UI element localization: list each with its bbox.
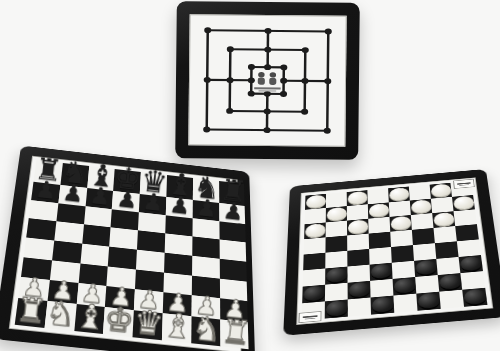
- checkers-square-r4c3[interactable]: [347, 234, 369, 251]
- chess-square-c1[interactable]: ♝: [74, 304, 105, 334]
- checkers-square-r6c3[interactable]: [347, 265, 370, 283]
- chess-square-h1[interactable]: ♜: [220, 319, 249, 349]
- morris-board: [175, 1, 360, 160]
- black-checker[interactable]: [348, 281, 370, 299]
- white-checker[interactable]: [390, 215, 411, 231]
- checkers-square-r6c1[interactable]: [303, 268, 326, 286]
- black-checker[interactable]: [370, 263, 392, 280]
- morris-surface: [188, 14, 346, 147]
- checkers-square-r7c8[interactable]: [460, 271, 485, 290]
- chess-square-f5[interactable]: [165, 234, 193, 256]
- checkers-square-r1c7[interactable]: [430, 183, 452, 199]
- white-checker[interactable]: [347, 191, 367, 206]
- white-checker[interactable]: [347, 219, 368, 235]
- white-bishop[interactable]: ♝: [74, 299, 107, 335]
- black-checker[interactable]: [438, 274, 461, 292]
- checkers-square-r3c5[interactable]: [390, 215, 412, 232]
- black-pawn[interactable]: ♟: [222, 199, 245, 224]
- checkers-square-r8c3[interactable]: [348, 298, 371, 317]
- chess-square-g5[interactable]: [192, 237, 219, 259]
- checkers-square-r8c7[interactable]: [439, 290, 464, 309]
- checkers-square-r3c1[interactable]: [304, 222, 326, 239]
- black-checker[interactable]: [371, 296, 394, 314]
- checkers-square-r7c1[interactable]: [302, 285, 325, 304]
- chess-square-d5[interactable]: [110, 228, 139, 250]
- black-pawn[interactable]: ♟: [34, 178, 58, 204]
- brand-logo: [254, 72, 281, 92]
- checkers-grid: [302, 181, 488, 321]
- chess-square-g4[interactable]: [192, 256, 220, 279]
- white-checker[interactable]: [410, 199, 431, 215]
- checkers-square-r8c4[interactable]: [371, 296, 395, 315]
- morris-grid: [193, 19, 341, 142]
- checkers-square-r7c6[interactable]: [415, 275, 439, 294]
- black-pawn[interactable]: ♟: [88, 184, 111, 210]
- white-checker[interactable]: [368, 203, 389, 219]
- chess-square-a6[interactable]: [29, 200, 59, 222]
- sticker-text-illegible: [459, 184, 469, 185]
- checkers-board: [283, 169, 500, 336]
- black-checker[interactable]: [463, 288, 487, 306]
- black-checker[interactable]: [393, 277, 416, 295]
- checkers-square-r7c7[interactable]: [438, 273, 462, 292]
- black-pawn[interactable]: ♟: [195, 196, 218, 221]
- checkers-square-r7c2[interactable]: [325, 283, 348, 302]
- chess-square-d1[interactable]: ♚: [103, 307, 134, 337]
- checkers-square-r1c2[interactable]: [326, 192, 347, 208]
- checkers-square-r3c3[interactable]: [347, 219, 369, 236]
- chess-square-c7[interactable]: ♟: [85, 188, 113, 209]
- black-checker[interactable]: [326, 267, 347, 284]
- chess-square-g1[interactable]: ♞: [191, 316, 220, 346]
- white-checker[interactable]: [305, 194, 325, 209]
- black-pawn[interactable]: ♟: [115, 187, 138, 213]
- black-pawn[interactable]: ♟: [61, 181, 84, 207]
- checkers-square-r7c5[interactable]: [393, 277, 417, 296]
- checkers-square-r6c8[interactable]: [459, 255, 483, 273]
- white-checker[interactable]: [452, 195, 474, 211]
- white-checker[interactable]: [305, 223, 326, 239]
- checkers-square-r4c1[interactable]: [304, 237, 326, 254]
- chess-square-f4[interactable]: [164, 253, 192, 276]
- black-pawn[interactable]: ♟: [142, 190, 165, 215]
- white-knight[interactable]: ♞: [191, 312, 223, 348]
- chess-square-c5[interactable]: [82, 225, 111, 247]
- checkers-square-r6c7[interactable]: [436, 257, 460, 275]
- chess-square-g6[interactable]: [192, 218, 219, 240]
- chess-square-f1[interactable]: ♝: [162, 313, 191, 343]
- checkers-square-r5c7[interactable]: [435, 241, 459, 259]
- white-king[interactable]: ♚: [103, 302, 136, 338]
- checkers-square-r3c4[interactable]: [368, 217, 390, 234]
- checkers-square-r6c6[interactable]: [414, 259, 438, 277]
- black-checker[interactable]: [415, 259, 438, 276]
- white-checker[interactable]: [433, 212, 455, 228]
- morris-lines: [207, 30, 329, 130]
- checkers-square-r4c6[interactable]: [412, 228, 435, 245]
- chess-grid: ♜♞♝♚♛♝♞♜♟♟♟♟♟♟♟♟♟♟♟♟♟♟♟♟♜♞♝♚♛♝♞♜: [15, 160, 236, 348]
- checkers-square-r8c5[interactable]: [393, 294, 417, 313]
- chess-surface: ♜♞♝♚♛♝♞♜♟♟♟♟♟♟♟♟♟♟♟♟♟♟♟♟♜♞♝♚♛♝♞♜: [9, 156, 242, 351]
- black-pawn[interactable]: ♟: [169, 193, 192, 218]
- white-knight[interactable]: ♞: [44, 296, 77, 332]
- chess-square-a1[interactable]: ♜: [15, 298, 48, 328]
- white-queen[interactable]: ♛: [132, 305, 165, 341]
- chess-board: ♜♞♝♚♛♝♞♜♟♟♟♟♟♟♟♟♟♟♟♟♟♟♟♟♜♞♝♚♛♝♞♜: [0, 145, 255, 351]
- chess-square-b1[interactable]: ♞: [44, 301, 76, 331]
- checkers-square-r6c2[interactable]: [325, 267, 347, 285]
- checkers-square-r6c5[interactable]: [392, 261, 415, 279]
- checkers-square-r5c3[interactable]: [347, 249, 369, 267]
- checkers-square-r8c2[interactable]: [325, 299, 348, 318]
- chess-square-e1[interactable]: ♛: [133, 310, 163, 340]
- black-checker[interactable]: [459, 255, 482, 272]
- checkers-square-r8c8[interactable]: [462, 288, 487, 307]
- black-checker[interactable]: [417, 292, 440, 310]
- white-rook[interactable]: ♜: [219, 315, 251, 350]
- checkers-square-r7c3[interactable]: [348, 281, 371, 300]
- chess-square-h6[interactable]: [219, 221, 246, 243]
- white-rook[interactable]: ♜: [15, 293, 48, 329]
- checkers-surface: [296, 177, 493, 325]
- brand-text-illegible: [254, 87, 280, 89]
- white-checker[interactable]: [326, 206, 346, 222]
- chess-square-h7[interactable]: ♟: [219, 203, 246, 224]
- black-checker[interactable]: [303, 285, 325, 303]
- checkers-square-r6c4[interactable]: [370, 263, 393, 281]
- chess-square-e5[interactable]: [137, 231, 165, 253]
- product-photo-stage: ♜♞♝♚♛♝♞♜♟♟♟♟♟♟♟♟♟♟♟♟♟♟♟♟♜♞♝♚♛♝♞♜: [0, 0, 500, 351]
- checkers-square-r8c6[interactable]: [416, 292, 440, 311]
- checkers-square-r4c8[interactable]: [455, 224, 479, 241]
- white-bishop[interactable]: ♝: [162, 308, 195, 344]
- white-checker[interactable]: [389, 187, 410, 202]
- checkers-square-r7c4[interactable]: [370, 279, 393, 298]
- checkers-square-r4c2[interactable]: [325, 235, 347, 252]
- white-checker[interactable]: [430, 183, 451, 198]
- black-checker[interactable]: [325, 300, 347, 318]
